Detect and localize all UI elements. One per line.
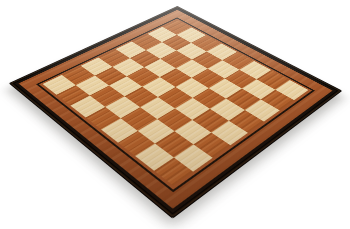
camera-tilt-wrapper xyxy=(0,0,350,229)
board-squares-grid xyxy=(43,20,309,186)
chess-board-product-photo xyxy=(0,0,350,229)
chess-board xyxy=(9,6,343,219)
